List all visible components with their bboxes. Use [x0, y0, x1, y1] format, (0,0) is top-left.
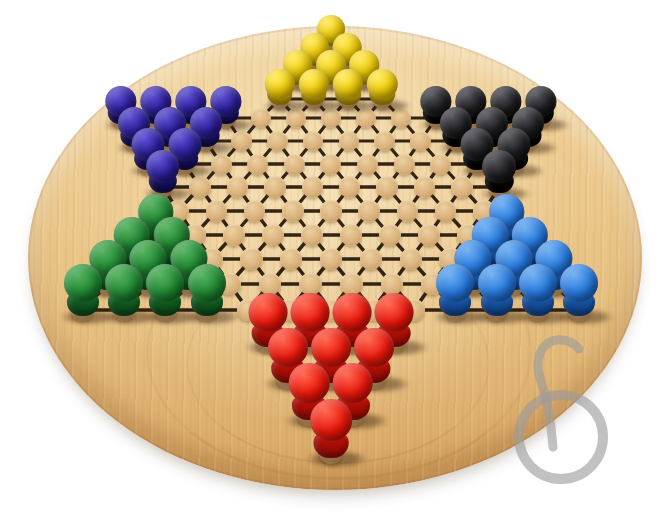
peg-green[interactable]	[105, 264, 143, 316]
peg-ball	[105, 264, 143, 302]
board-hole[interactable]	[451, 176, 472, 197]
peg-green[interactable]	[146, 264, 184, 316]
peg-ball	[478, 264, 516, 302]
board-hole[interactable]	[301, 224, 323, 246]
board-hole[interactable]	[262, 224, 284, 246]
peg-green[interactable]	[188, 264, 226, 316]
chinese-checkers-board	[28, 26, 642, 490]
peg-ball	[188, 264, 226, 302]
peg-ball	[268, 328, 308, 368]
board-hole[interactable]	[299, 273, 322, 296]
peg-ball	[354, 328, 394, 368]
peg-ball	[436, 264, 474, 302]
peg-blue[interactable]	[560, 264, 598, 316]
peg-ball	[289, 363, 330, 404]
board-hole[interactable]	[357, 154, 378, 175]
board-hole[interactable]	[400, 248, 422, 270]
peg-ball	[482, 150, 516, 184]
board-hole[interactable]	[379, 224, 401, 246]
board-hole[interactable]	[418, 224, 440, 246]
peg-green[interactable]	[64, 264, 102, 316]
board-hole[interactable]	[397, 200, 419, 222]
peg-ball	[375, 293, 414, 332]
board-hole[interactable]	[358, 200, 380, 222]
peg-ball	[248, 293, 287, 332]
board-hole[interactable]	[435, 200, 457, 222]
peg-ball	[146, 150, 180, 184]
peg-blue[interactable]	[519, 264, 557, 316]
board-hole[interactable]	[264, 176, 285, 197]
board-hole[interactable]	[340, 224, 362, 246]
board-hole[interactable]	[302, 176, 323, 197]
board-hole[interactable]	[282, 200, 304, 222]
board-hole[interactable]	[340, 273, 363, 296]
board-hole[interactable]	[320, 200, 342, 222]
peg-ball	[560, 264, 598, 302]
peg-ball	[146, 264, 184, 302]
peg-ball	[290, 293, 329, 332]
board-hole[interactable]	[376, 176, 397, 197]
board-hole[interactable]	[227, 176, 248, 197]
peg-ball	[333, 363, 374, 404]
peg-black[interactable]	[482, 150, 516, 193]
peg-ball	[310, 399, 352, 441]
peg-dark-blue[interactable]	[146, 150, 180, 193]
peg-ball	[333, 293, 372, 332]
board-hole[interactable]	[267, 131, 288, 152]
board-hole[interactable]	[414, 176, 435, 197]
peg-yellow[interactable]	[333, 69, 363, 105]
board-hole[interactable]	[339, 176, 360, 197]
board-hole[interactable]	[284, 154, 305, 175]
board-hole[interactable]	[247, 154, 268, 175]
peg-ball	[519, 264, 557, 302]
board-hole[interactable]	[394, 154, 415, 175]
board-hole[interactable]	[410, 131, 431, 152]
board-hole[interactable]	[430, 154, 451, 175]
board-hole[interactable]	[244, 200, 266, 222]
peg-yellow[interactable]	[299, 69, 329, 105]
peg-ball	[311, 328, 351, 368]
board-hole[interactable]	[240, 248, 262, 270]
board-hole[interactable]	[320, 154, 341, 175]
peg-blue[interactable]	[478, 264, 516, 316]
board-hole[interactable]	[223, 224, 245, 246]
board-hole[interactable]	[206, 200, 228, 222]
product-photo	[0, 0, 671, 515]
peg-yellow[interactable]	[265, 69, 295, 105]
peg-red[interactable]	[310, 399, 352, 458]
peg-yellow[interactable]	[367, 69, 397, 105]
peg-ball	[64, 264, 102, 302]
board-hole[interactable]	[360, 248, 382, 270]
peg-blue[interactable]	[436, 264, 474, 316]
